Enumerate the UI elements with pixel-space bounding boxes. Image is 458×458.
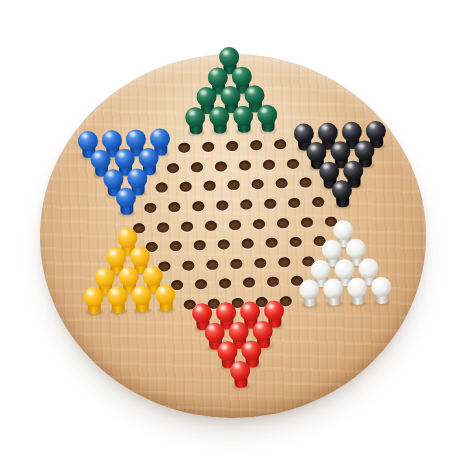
peg-head [323,279,344,300]
peg-head [241,340,262,361]
peg-head [208,67,229,88]
board-cell [209,156,234,176]
board-cell [268,134,293,154]
peg-head [294,123,315,144]
peg-head [102,130,123,151]
empty-hole[interactable] [229,219,241,229]
peg-head [228,321,249,342]
peg-head [142,265,163,286]
peg-grid [73,53,396,397]
empty-hole[interactable] [205,220,217,230]
peg-head [319,161,340,182]
board-cell [245,174,270,194]
product-photo-scene [0,0,458,458]
peg-head [155,285,176,306]
peg-head [204,322,225,343]
peg-head [310,260,331,281]
peg-head [220,86,241,107]
peg-head [244,85,265,106]
empty-hole[interactable] [278,257,290,267]
board-cell [197,176,222,196]
board-cell [175,216,200,236]
board-cell [261,272,286,292]
empty-hole[interactable] [195,279,207,289]
peg-head [114,149,135,170]
empty-hole[interactable] [206,259,218,269]
empty-hole[interactable] [216,200,228,210]
board-cell [258,193,283,213]
board-cell [244,135,269,155]
peg-head [358,258,379,279]
empty-hole[interactable] [178,143,190,153]
board-cell [248,253,273,273]
peg-head [106,247,127,268]
peg-head [322,240,343,261]
empty-hole[interactable] [289,237,301,247]
empty-hole[interactable] [263,159,275,169]
board-cell [176,255,201,275]
empty-hole[interactable] [274,139,286,149]
peg-head [116,188,137,209]
empty-hole[interactable] [156,183,168,193]
board-cell [282,193,307,213]
empty-hole[interactable] [227,180,239,190]
board-cell [228,371,253,391]
peg-red[interactable] [229,360,251,388]
peg-head [117,227,138,248]
peg-yellow[interactable] [83,287,105,315]
peg-head [371,277,392,298]
board-cell [272,252,297,272]
empty-hole[interactable] [287,159,299,169]
empty-hole[interactable] [170,241,182,251]
empty-hole[interactable] [275,179,287,189]
board-cell [233,155,258,175]
empty-hole[interactable] [192,201,204,211]
peg-head [347,278,368,299]
empty-hole[interactable] [203,181,215,191]
board-cell [153,295,178,315]
board-cell [223,214,248,234]
board-cell [186,196,211,216]
empty-hole[interactable] [243,278,255,288]
board-cell [293,173,318,193]
peg-head [299,280,320,301]
chinese-checkers-board [40,54,426,418]
board-cell [281,153,306,173]
peg-yellow[interactable] [107,286,129,314]
board-cell [321,289,346,309]
board-cell [295,212,320,232]
peg-head [354,140,375,161]
board-cell [163,236,188,256]
board-cell [196,137,221,157]
peg-green[interactable] [256,105,278,133]
board-cell [257,154,282,174]
board-cell [297,290,322,310]
peg-head [94,267,115,288]
empty-hole[interactable] [191,162,203,172]
empty-hole[interactable] [254,258,266,268]
board-cell [220,136,245,156]
board-cell [172,138,197,158]
board-cell [211,234,236,254]
peg-head [138,148,159,169]
peg-head [196,87,217,108]
peg-head [150,128,171,149]
board-cell [271,213,296,233]
board-cell [330,191,355,211]
peg-head [346,239,367,260]
peg-head [306,142,327,163]
board-cell [185,157,210,177]
peg-head [257,105,278,126]
board-cell [149,178,174,198]
peg-head [317,122,338,143]
peg-head [264,300,285,321]
peg-head [107,286,128,307]
peg-head [209,106,230,127]
empty-hole[interactable] [215,161,227,171]
peg-white[interactable] [322,279,344,307]
empty-hole[interactable] [179,182,191,192]
empty-hole[interactable] [239,160,251,170]
peg-head [78,130,99,151]
board-cell [161,158,186,178]
empty-hole[interactable] [277,218,289,228]
peg-green[interactable] [208,106,230,134]
board-cell [247,213,272,233]
board-cell [234,194,259,214]
peg-head [131,285,152,306]
peg-head [126,129,147,150]
empty-hole[interactable] [219,279,231,289]
peg-head [252,320,273,341]
board-cell [207,117,232,137]
peg-head [230,360,251,381]
peg-head [334,259,355,280]
peg-head [343,160,364,181]
empty-hole[interactable] [267,277,279,287]
peg-head [127,168,148,189]
empty-hole[interactable] [240,199,252,209]
board-cell [255,115,280,135]
empty-hole[interactable] [202,142,214,152]
board-cell [231,116,256,136]
empty-hole[interactable] [301,217,313,227]
empty-hole[interactable] [230,259,242,269]
board-cell [129,296,154,316]
peg-head [217,341,238,362]
board-cell [345,288,370,308]
board-cell [210,195,235,215]
empty-hole[interactable] [288,198,300,208]
empty-hole[interactable] [264,199,276,209]
empty-hole[interactable] [144,203,156,213]
board-cell [269,173,294,193]
peg-head [185,107,206,128]
board-cell [81,298,106,318]
peg-white[interactable] [346,278,368,306]
peg-yellow[interactable] [131,285,153,313]
peg-head [192,303,213,324]
board-cell [138,198,163,218]
peg-white[interactable] [370,277,392,305]
board-cell [183,118,208,138]
board-cell [235,234,260,254]
empty-hole[interactable] [218,239,230,249]
peg-head [341,121,362,142]
board-cell [199,215,224,235]
empty-hole[interactable] [242,239,254,249]
peg-head [231,66,252,87]
board-cell [151,217,176,237]
peg-head [333,220,354,241]
board-cell [200,254,225,274]
peg-head [330,141,351,162]
peg-black[interactable] [331,180,353,208]
board-cell [173,177,198,197]
peg-head [83,287,104,308]
peg-head [233,105,254,126]
empty-hole[interactable] [182,260,194,270]
board-cell [306,192,331,212]
peg-head [130,246,151,267]
board-cell [283,232,308,252]
peg-head [90,150,111,171]
empty-hole[interactable] [299,178,311,188]
empty-hole[interactable] [253,219,265,229]
board-cell [105,297,130,317]
peg-head [240,301,261,322]
peg-green[interactable] [232,105,254,133]
peg-head [332,180,353,201]
board-cell [221,175,246,195]
peg-head [219,47,240,68]
empty-hole[interactable] [226,141,238,151]
empty-hole[interactable] [168,202,180,212]
peg-head [118,266,139,287]
board-cell [259,233,284,253]
peg-green[interactable] [184,107,206,135]
board-cell [237,273,262,293]
peg-blue[interactable] [115,188,137,216]
peg-head [103,169,124,190]
empty-hole[interactable] [194,240,206,250]
peg-head [216,302,237,323]
board-cell [224,254,249,274]
empty-hole[interactable] [250,140,262,150]
empty-hole[interactable] [312,197,324,207]
empty-hole[interactable] [181,221,193,231]
board-cell [114,199,139,219]
empty-hole[interactable] [157,222,169,232]
board-cell [213,274,238,294]
board-cell [189,274,214,294]
board-cell [162,197,187,217]
empty-hole[interactable] [251,179,263,189]
peg-yellow[interactable] [155,285,177,313]
board-cell [369,288,394,308]
board-cell [187,235,212,255]
peg-head [365,120,386,141]
peg-white[interactable] [298,280,320,308]
empty-hole[interactable] [265,238,277,248]
empty-hole[interactable] [167,163,179,173]
